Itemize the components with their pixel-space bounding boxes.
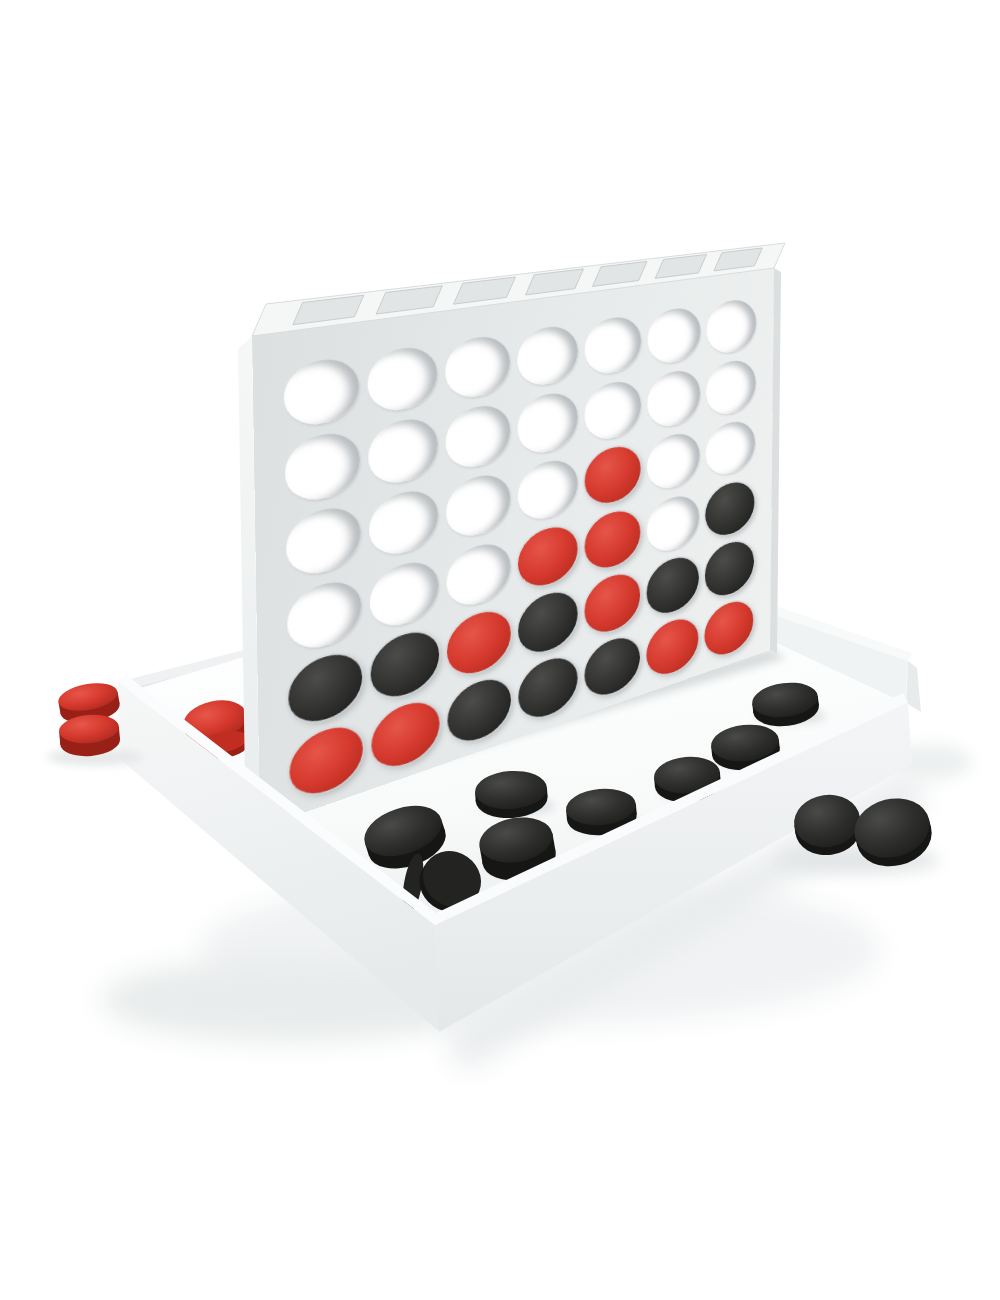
connect-four-product-photo <box>0 0 1000 1300</box>
empty-hole <box>446 333 510 402</box>
red-disc <box>585 442 640 509</box>
black-disc <box>647 552 699 619</box>
empty-hole <box>706 418 755 480</box>
black-disc <box>585 631 640 702</box>
cell-c5-r1 <box>581 308 644 383</box>
empty-hole <box>518 456 577 525</box>
empty-hole <box>648 305 700 366</box>
empty-hole <box>369 485 438 560</box>
empty-hole <box>585 378 641 443</box>
black-disc <box>519 651 578 725</box>
empty-hole <box>647 429 699 493</box>
empty-hole <box>518 323 578 389</box>
black-disc <box>705 537 754 602</box>
empty-hole <box>369 415 438 489</box>
empty-hole <box>647 491 699 557</box>
cell-c7-r1 <box>703 292 759 362</box>
cell-c3-r1 <box>441 327 514 409</box>
empty-hole <box>285 429 359 506</box>
empty-hole <box>370 556 438 633</box>
cell-c4-r1 <box>514 317 582 395</box>
cell-c6-r1 <box>644 300 703 373</box>
black-disc <box>705 477 754 540</box>
red-disc <box>290 719 363 804</box>
empty-hole <box>648 367 700 430</box>
red-disc <box>585 506 640 574</box>
empty-hole <box>284 355 359 430</box>
empty-hole <box>368 343 437 415</box>
red-disc <box>372 695 440 776</box>
empty-hole <box>446 470 510 542</box>
empty-hole <box>585 314 641 378</box>
empty-hole <box>518 389 577 457</box>
red-disc <box>518 521 577 592</box>
empty-hole <box>707 297 756 356</box>
empty-hole <box>447 538 510 612</box>
black-disc <box>448 672 511 749</box>
empty-hole <box>286 502 360 581</box>
red-disc <box>705 596 754 662</box>
red-disc <box>647 613 699 681</box>
empty-hole <box>706 357 755 418</box>
empty-hole <box>446 402 510 473</box>
